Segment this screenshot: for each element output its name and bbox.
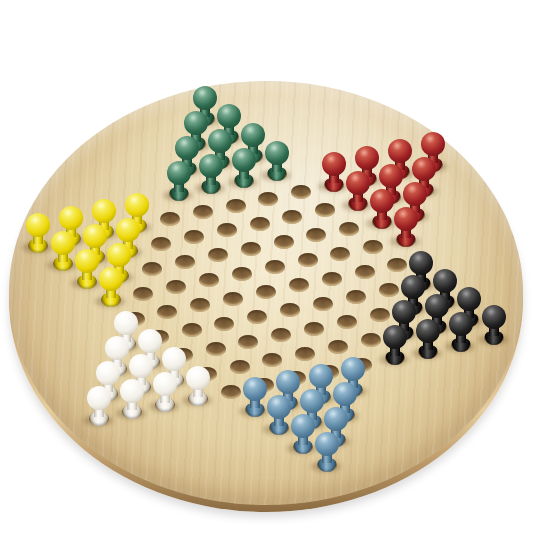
wood-grain [9, 81, 523, 505]
board-face [9, 81, 523, 505]
chinese-checkers-scene [0, 0, 533, 533]
